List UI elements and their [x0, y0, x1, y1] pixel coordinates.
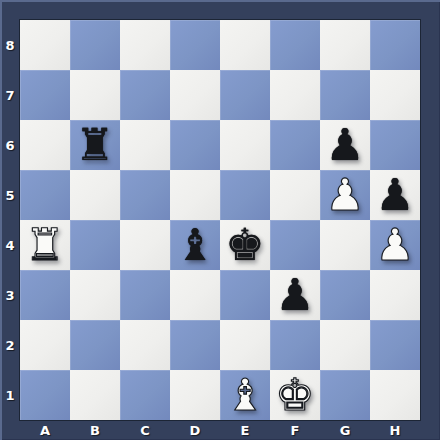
black-pawn-g6[interactable]: ♟ — [325, 123, 364, 167]
square-g2[interactable] — [320, 320, 370, 370]
square-h5[interactable]: ♟ — [370, 170, 420, 220]
square-h3[interactable] — [370, 270, 420, 320]
white-rook-a4[interactable]: ♜ — [25, 223, 64, 267]
square-g7[interactable] — [320, 70, 370, 120]
square-f7[interactable] — [270, 70, 320, 120]
square-f4[interactable] — [270, 220, 320, 270]
white-king-f1[interactable]: ♚ — [275, 373, 314, 417]
square-h6[interactable] — [370, 120, 420, 170]
square-f3[interactable]: ♟ — [270, 270, 320, 320]
file-label-d: D — [170, 420, 220, 440]
square-e8[interactable] — [220, 20, 270, 70]
square-c2[interactable] — [120, 320, 170, 370]
square-b7[interactable] — [70, 70, 120, 120]
square-d7[interactable] — [170, 70, 220, 120]
square-f5[interactable] — [270, 170, 320, 220]
square-c7[interactable] — [120, 70, 170, 120]
black-king-e4[interactable]: ♚ — [225, 223, 264, 267]
square-f6[interactable] — [270, 120, 320, 170]
square-a6[interactable] — [20, 120, 70, 170]
rank-label-6: 6 — [0, 120, 20, 170]
rank-label-3: 3 — [0, 270, 20, 320]
rank-label-5: 5 — [0, 170, 20, 220]
file-label-a: A — [20, 420, 70, 440]
square-g5[interactable]: ♟ — [320, 170, 370, 220]
square-e3[interactable] — [220, 270, 270, 320]
file-label-f: F — [270, 420, 320, 440]
square-b1[interactable] — [70, 370, 120, 420]
square-d3[interactable] — [170, 270, 220, 320]
square-h7[interactable] — [370, 70, 420, 120]
square-a2[interactable] — [20, 320, 70, 370]
file-label-c: C — [120, 420, 170, 440]
square-e4[interactable]: ♚ — [220, 220, 270, 270]
square-f2[interactable] — [270, 320, 320, 370]
file-label-b: B — [70, 420, 120, 440]
square-d2[interactable] — [170, 320, 220, 370]
square-d5[interactable] — [170, 170, 220, 220]
rank-label-2: 2 — [0, 320, 20, 370]
square-d4[interactable]: ♝ — [170, 220, 220, 270]
square-c3[interactable] — [120, 270, 170, 320]
file-labels: ABCDEFGH — [20, 420, 420, 440]
square-e6[interactable] — [220, 120, 270, 170]
square-h4[interactable]: ♟ — [370, 220, 420, 270]
square-f1[interactable]: ♚ — [270, 370, 320, 420]
square-a5[interactable] — [20, 170, 70, 220]
square-g3[interactable] — [320, 270, 370, 320]
chess-board: ♜♟♟♟♜♝♚♟♟♝♚ — [20, 20, 420, 420]
square-h1[interactable] — [370, 370, 420, 420]
square-e5[interactable] — [220, 170, 270, 220]
black-pawn-h5[interactable]: ♟ — [375, 173, 414, 217]
square-b3[interactable] — [70, 270, 120, 320]
black-rook-b6[interactable]: ♜ — [75, 123, 114, 167]
square-e2[interactable] — [220, 320, 270, 370]
square-b6[interactable]: ♜ — [70, 120, 120, 170]
square-g6[interactable]: ♟ — [320, 120, 370, 170]
rank-label-7: 7 — [0, 70, 20, 120]
chess-board-frame: 87654321 ABCDEFGH ♜♟♟♟♜♝♚♟♟♝♚ — [0, 0, 440, 440]
rank-labels: 87654321 — [0, 20, 20, 420]
square-a4[interactable]: ♜ — [20, 220, 70, 270]
square-b4[interactable] — [70, 220, 120, 270]
square-h2[interactable] — [370, 320, 420, 370]
square-e1[interactable]: ♝ — [220, 370, 270, 420]
square-c4[interactable] — [120, 220, 170, 270]
square-c6[interactable] — [120, 120, 170, 170]
square-c1[interactable] — [120, 370, 170, 420]
square-d8[interactable] — [170, 20, 220, 70]
square-b2[interactable] — [70, 320, 120, 370]
square-c8[interactable] — [120, 20, 170, 70]
square-a3[interactable] — [20, 270, 70, 320]
square-d6[interactable] — [170, 120, 220, 170]
rank-label-1: 1 — [0, 370, 20, 420]
square-h8[interactable] — [370, 20, 420, 70]
white-pawn-h4[interactable]: ♟ — [375, 223, 414, 267]
black-pawn-f3[interactable]: ♟ — [275, 273, 314, 317]
square-a1[interactable] — [20, 370, 70, 420]
square-c5[interactable] — [120, 170, 170, 220]
black-bishop-d4[interactable]: ♝ — [175, 223, 214, 267]
square-g1[interactable] — [320, 370, 370, 420]
square-f8[interactable] — [270, 20, 320, 70]
square-e7[interactable] — [220, 70, 270, 120]
rank-label-8: 8 — [0, 20, 20, 70]
square-d1[interactable] — [170, 370, 220, 420]
white-bishop-e1[interactable]: ♝ — [225, 373, 264, 417]
square-a8[interactable] — [20, 20, 70, 70]
square-a7[interactable] — [20, 70, 70, 120]
square-g8[interactable] — [320, 20, 370, 70]
square-b5[interactable] — [70, 170, 120, 220]
file-label-g: G — [320, 420, 370, 440]
white-pawn-g5[interactable]: ♟ — [325, 173, 364, 217]
square-g4[interactable] — [320, 220, 370, 270]
file-label-e: E — [220, 420, 270, 440]
square-b8[interactable] — [70, 20, 120, 70]
rank-label-4: 4 — [0, 220, 20, 270]
file-label-h: H — [370, 420, 420, 440]
